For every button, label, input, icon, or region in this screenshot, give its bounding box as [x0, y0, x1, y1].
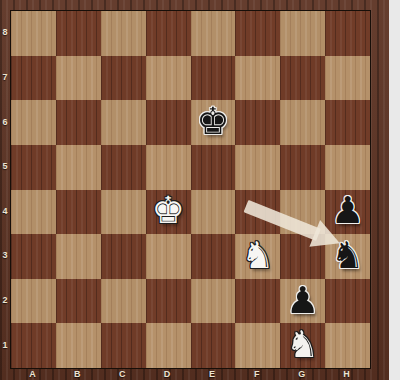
square-d4[interactable]: ♚ [146, 190, 191, 235]
square-e5[interactable] [191, 145, 236, 190]
square-e7[interactable] [191, 56, 236, 101]
square-c1[interactable] [101, 323, 146, 368]
file-labels: ABCDEFGH [10, 367, 369, 380]
square-b8[interactable] [56, 11, 101, 56]
square-a4[interactable] [11, 190, 56, 235]
square-b3[interactable] [56, 234, 101, 279]
square-c8[interactable] [101, 11, 146, 56]
square-f3[interactable]: ♞ [235, 234, 280, 279]
page-background [389, 0, 400, 380]
chess-diagram: 87654321 ♚♚♟♞♞♟♞ ABCDEFGH [0, 0, 400, 380]
rank-label-7: 7 [0, 55, 10, 100]
square-a1[interactable] [11, 323, 56, 368]
rank-labels: 87654321 [0, 10, 10, 367]
square-f2[interactable] [235, 279, 280, 324]
square-h5[interactable] [325, 145, 370, 190]
board-frame: 87654321 ♚♚♟♞♞♟♞ ABCDEFGH [0, 0, 389, 380]
square-g6[interactable] [280, 100, 325, 145]
square-g5[interactable] [280, 145, 325, 190]
file-label-g: G [279, 367, 324, 380]
square-g8[interactable] [280, 11, 325, 56]
square-d2[interactable] [146, 279, 191, 324]
square-e8[interactable] [191, 11, 236, 56]
square-f7[interactable] [235, 56, 280, 101]
square-b1[interactable] [56, 323, 101, 368]
square-b6[interactable] [56, 100, 101, 145]
file-label-a: A [10, 367, 55, 380]
square-g4[interactable] [280, 190, 325, 235]
square-a7[interactable] [11, 56, 56, 101]
square-c7[interactable] [101, 56, 146, 101]
square-a5[interactable] [11, 145, 56, 190]
square-e6[interactable]: ♚ [191, 100, 236, 145]
black-knight[interactable]: ♞ [331, 237, 364, 274]
square-d3[interactable] [146, 234, 191, 279]
square-h3[interactable]: ♞ [325, 234, 370, 279]
rank-label-8: 8 [0, 10, 10, 55]
file-label-h: H [324, 367, 369, 380]
square-c2[interactable] [101, 279, 146, 324]
square-g2[interactable]: ♟ [280, 279, 325, 324]
black-king[interactable]: ♚ [196, 103, 229, 140]
square-d1[interactable] [146, 323, 191, 368]
square-d5[interactable] [146, 145, 191, 190]
square-h2[interactable] [325, 279, 370, 324]
square-a3[interactable] [11, 234, 56, 279]
square-e2[interactable] [191, 279, 236, 324]
white-knight[interactable]: ♞ [286, 326, 319, 363]
square-a2[interactable] [11, 279, 56, 324]
file-label-b: B [55, 367, 100, 380]
square-d7[interactable] [146, 56, 191, 101]
file-label-f: F [234, 367, 279, 380]
square-f5[interactable] [235, 145, 280, 190]
chess-board: ♚♚♟♞♞♟♞ [10, 10, 371, 369]
square-h8[interactable] [325, 11, 370, 56]
square-h4[interactable]: ♟ [325, 190, 370, 235]
square-c4[interactable] [101, 190, 146, 235]
square-c6[interactable] [101, 100, 146, 145]
square-h6[interactable] [325, 100, 370, 145]
black-pawn[interactable]: ♟ [286, 282, 319, 319]
square-b5[interactable] [56, 145, 101, 190]
square-f6[interactable] [235, 100, 280, 145]
square-c5[interactable] [101, 145, 146, 190]
white-knight[interactable]: ♞ [241, 237, 274, 274]
square-e1[interactable] [191, 323, 236, 368]
square-f4[interactable] [235, 190, 280, 235]
rank-label-4: 4 [0, 189, 10, 234]
square-f1[interactable] [235, 323, 280, 368]
rank-label-1: 1 [0, 322, 10, 367]
square-d8[interactable] [146, 11, 191, 56]
square-a6[interactable] [11, 100, 56, 145]
rank-label-3: 3 [0, 233, 10, 278]
rank-label-5: 5 [0, 144, 10, 189]
square-e4[interactable] [191, 190, 236, 235]
square-d6[interactable] [146, 100, 191, 145]
square-b2[interactable] [56, 279, 101, 324]
file-label-d: D [145, 367, 190, 380]
square-f8[interactable] [235, 11, 280, 56]
rank-label-2: 2 [0, 278, 10, 323]
file-label-e: E [190, 367, 235, 380]
square-b4[interactable] [56, 190, 101, 235]
rank-label-6: 6 [0, 99, 10, 144]
white-king[interactable]: ♚ [151, 192, 184, 229]
square-h1[interactable] [325, 323, 370, 368]
file-label-c: C [100, 367, 145, 380]
square-a8[interactable] [11, 11, 56, 56]
square-c3[interactable] [101, 234, 146, 279]
square-g7[interactable] [280, 56, 325, 101]
square-g3[interactable] [280, 234, 325, 279]
square-b7[interactable] [56, 56, 101, 101]
square-e3[interactable] [191, 234, 236, 279]
square-g1[interactable]: ♞ [280, 323, 325, 368]
square-h7[interactable] [325, 56, 370, 101]
black-pawn[interactable]: ♟ [331, 192, 364, 229]
